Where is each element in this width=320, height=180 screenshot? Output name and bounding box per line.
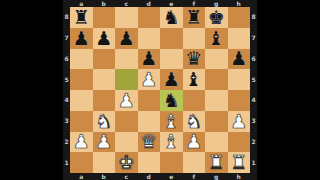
piece-black-pawn[interactable]: ♟ <box>73 28 90 47</box>
piece-white-pawn[interactable]: ♟ <box>185 132 202 151</box>
rank-label-2: 2 <box>250 132 257 153</box>
square-d4[interactable] <box>138 90 161 111</box>
square-f2[interactable]: ♟ <box>183 132 206 153</box>
rank-label-6: 6 <box>250 49 257 70</box>
square-g4[interactable] <box>205 90 228 111</box>
file-label-b: b <box>93 173 116 180</box>
square-d8[interactable] <box>138 7 161 28</box>
piece-black-rook[interactable]: ♜ <box>185 7 202 26</box>
square-b6[interactable] <box>93 49 116 70</box>
piece-white-queen[interactable]: ♛ <box>140 132 157 151</box>
square-h1[interactable]: ♜ <box>228 152 251 173</box>
square-g6[interactable] <box>205 49 228 70</box>
piece-black-pawn[interactable]: ♟ <box>163 70 180 89</box>
square-f8[interactable]: ♜ <box>183 7 206 28</box>
square-c3[interactable] <box>115 111 138 132</box>
piece-white-pawn[interactable]: ♟ <box>73 132 90 151</box>
square-e5[interactable]: ♟ <box>160 69 183 90</box>
piece-black-knight[interactable]: ♞ <box>163 7 180 26</box>
rank-label-4: 4 <box>250 90 257 111</box>
square-a8[interactable]: ♜ <box>70 7 93 28</box>
square-e2[interactable]: ♝ <box>160 132 183 153</box>
file-label-h: h <box>228 0 251 7</box>
rank-label-8: 8 <box>250 7 257 28</box>
square-b4[interactable] <box>93 90 116 111</box>
square-c8[interactable] <box>115 7 138 28</box>
rank-label-2: 2 <box>63 132 70 153</box>
rank-label-5: 5 <box>63 69 70 90</box>
file-label-b: b <box>93 0 116 7</box>
square-g7[interactable]: ♝ <box>205 28 228 49</box>
rank-label-7: 7 <box>250 28 257 49</box>
square-f3[interactable]: ♞ <box>183 111 206 132</box>
piece-white-rook[interactable]: ♜ <box>230 153 247 172</box>
piece-black-pawn[interactable]: ♟ <box>230 49 247 68</box>
square-d7[interactable] <box>138 28 161 49</box>
square-d3[interactable] <box>138 111 161 132</box>
rank-labels-right: 87654321 <box>250 7 257 173</box>
rank-label-8: 8 <box>63 7 70 28</box>
square-h7[interactable] <box>228 28 251 49</box>
piece-black-pawn[interactable]: ♟ <box>95 28 112 47</box>
square-e7[interactable] <box>160 28 183 49</box>
file-label-h: h <box>228 173 251 180</box>
square-e6[interactable] <box>160 49 183 70</box>
piece-white-pawn[interactable]: ♟ <box>230 111 247 130</box>
file-label-g: g <box>205 173 228 180</box>
square-c7[interactable]: ♟ <box>115 28 138 49</box>
file-label-f: f <box>183 0 206 7</box>
square-a6[interactable] <box>70 49 93 70</box>
square-b2[interactable]: ♟ <box>93 132 116 153</box>
chess-board[interactable]: ♜♞♜♚♟♟♟♝♟♛♟♟♟♝♟♞♞♝♞♟♟♟♛♝♟♚♜♜ <box>70 7 250 173</box>
square-a3[interactable] <box>70 111 93 132</box>
square-f4[interactable] <box>183 90 206 111</box>
file-label-e: e <box>160 173 183 180</box>
piece-black-bishop[interactable]: ♝ <box>208 28 225 47</box>
piece-white-pawn[interactable]: ♟ <box>118 90 135 109</box>
square-e1[interactable] <box>160 152 183 173</box>
piece-white-rook[interactable]: ♜ <box>208 153 225 172</box>
piece-white-bishop[interactable]: ♝ <box>163 132 180 151</box>
file-label-g: g <box>205 0 228 7</box>
square-f7[interactable] <box>183 28 206 49</box>
square-c1[interactable]: ♚ <box>115 152 138 173</box>
rank-label-6: 6 <box>63 49 70 70</box>
square-f6[interactable]: ♛ <box>183 49 206 70</box>
square-f1[interactable] <box>183 152 206 173</box>
square-h6[interactable]: ♟ <box>228 49 251 70</box>
piece-black-king[interactable]: ♚ <box>208 7 225 26</box>
file-label-f: f <box>183 173 206 180</box>
square-g3[interactable] <box>205 111 228 132</box>
piece-black-knight[interactable]: ♞ <box>163 90 180 109</box>
square-b1[interactable] <box>93 152 116 173</box>
piece-black-pawn[interactable]: ♟ <box>140 49 157 68</box>
square-b3[interactable]: ♞ <box>93 111 116 132</box>
rank-label-1: 1 <box>250 152 257 173</box>
square-g2[interactable] <box>205 132 228 153</box>
square-f5[interactable]: ♝ <box>183 69 206 90</box>
square-e8[interactable]: ♞ <box>160 7 183 28</box>
file-label-a: a <box>70 0 93 7</box>
file-label-d: d <box>138 0 161 7</box>
square-a7[interactable]: ♟ <box>70 28 93 49</box>
piece-black-pawn[interactable]: ♟ <box>118 28 135 47</box>
square-a2[interactable]: ♟ <box>70 132 93 153</box>
piece-white-pawn[interactable]: ♟ <box>140 70 157 89</box>
rank-label-5: 5 <box>250 69 257 90</box>
square-h4[interactable] <box>228 90 251 111</box>
square-d1[interactable] <box>138 152 161 173</box>
piece-white-bishop[interactable]: ♝ <box>163 111 180 130</box>
square-a5[interactable] <box>70 69 93 90</box>
piece-white-king[interactable]: ♚ <box>118 153 135 172</box>
rank-label-4: 4 <box>63 90 70 111</box>
rank-label-7: 7 <box>63 28 70 49</box>
file-label-e: e <box>160 0 183 7</box>
square-g8[interactable]: ♚ <box>205 7 228 28</box>
rank-label-1: 1 <box>63 152 70 173</box>
square-c6[interactable] <box>115 49 138 70</box>
screenshot-canvas: abcdefgh 87654321 ♜♞♜♚♟♟♟♝♟♛♟♟♟♝♟♞♞♝♞♟♟♟… <box>0 0 320 180</box>
piece-black-queen[interactable]: ♛ <box>185 49 202 68</box>
square-g1[interactable]: ♜ <box>205 152 228 173</box>
square-c4[interactable]: ♟ <box>115 90 138 111</box>
piece-white-pawn[interactable]: ♟ <box>95 132 112 151</box>
chess-board-frame: abcdefgh 87654321 ♜♞♜♚♟♟♟♝♟♛♟♟♟♝♟♞♞♝♞♟♟♟… <box>63 0 257 180</box>
square-d6[interactable]: ♟ <box>138 49 161 70</box>
square-d2[interactable]: ♛ <box>138 132 161 153</box>
piece-white-knight[interactable]: ♞ <box>95 111 112 130</box>
square-c2[interactable] <box>115 132 138 153</box>
rank-label-3: 3 <box>250 111 257 132</box>
file-label-c: c <box>115 173 138 180</box>
square-b7[interactable]: ♟ <box>93 28 116 49</box>
square-h8[interactable] <box>228 7 251 28</box>
square-d5[interactable]: ♟ <box>138 69 161 90</box>
rank-label-3: 3 <box>63 111 70 132</box>
rank-labels-left: 87654321 <box>63 7 70 173</box>
square-a1[interactable] <box>70 152 93 173</box>
file-labels-top: abcdefgh <box>70 0 250 7</box>
piece-black-bishop[interactable]: ♝ <box>185 70 202 89</box>
square-h5[interactable] <box>228 69 251 90</box>
file-label-c: c <box>115 0 138 7</box>
piece-white-knight[interactable]: ♞ <box>185 111 202 130</box>
file-label-a: a <box>70 173 93 180</box>
square-g5[interactable] <box>205 69 228 90</box>
square-a4[interactable] <box>70 90 93 111</box>
file-labels-bottom: abcdefgh <box>70 173 250 180</box>
file-label-d: d <box>138 173 161 180</box>
square-c5[interactable] <box>115 69 138 90</box>
square-e3[interactable]: ♝ <box>160 111 183 132</box>
piece-black-rook[interactable]: ♜ <box>73 7 90 26</box>
square-h3[interactable]: ♟ <box>228 111 251 132</box>
square-h2[interactable] <box>228 132 251 153</box>
square-e4[interactable]: ♞ <box>160 90 183 111</box>
square-b5[interactable] <box>93 69 116 90</box>
square-b8[interactable] <box>93 7 116 28</box>
